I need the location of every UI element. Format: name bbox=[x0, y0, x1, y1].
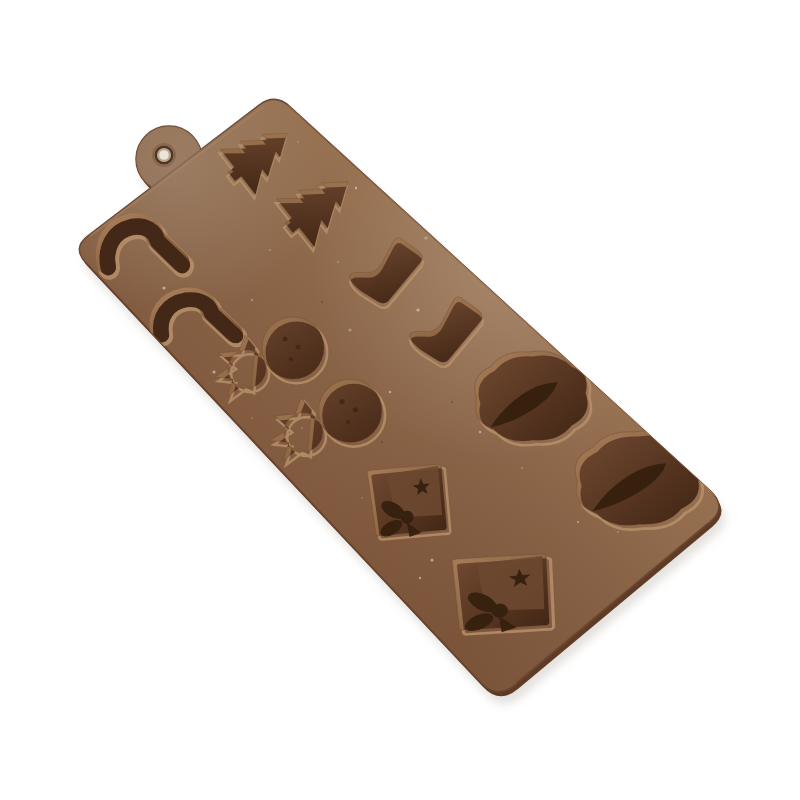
cavity-gift-box-2 bbox=[452, 551, 557, 638]
mold-photo-svg bbox=[0, 0, 800, 800]
cavity-gift-box-1 bbox=[367, 461, 453, 543]
hanging-hole bbox=[153, 144, 175, 166]
product-photo bbox=[0, 0, 800, 800]
hole-opening bbox=[159, 150, 169, 160]
